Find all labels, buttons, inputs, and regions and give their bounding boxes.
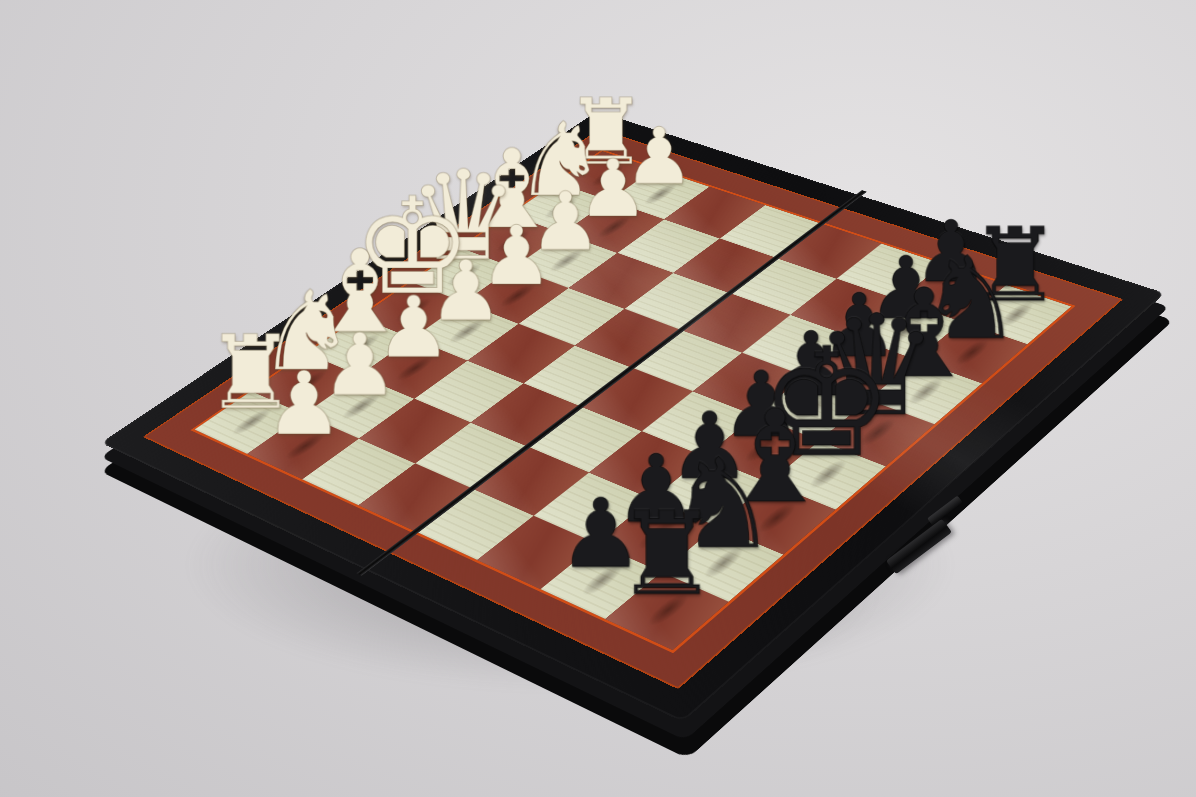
black-rook-glyph: ♜︎ <box>543 500 791 609</box>
board-perspective-wrapper: ♜︎♜︎♟︎♟︎♞︎♞︎♟︎♟︎♝︎♝︎♟︎♟︎♛︎♛︎♟︎♟︎♚︎♚︎♟︎♟︎… <box>204 0 1062 797</box>
scene: ♜︎♜︎♟︎♟︎♞︎♞︎♟︎♟︎♝︎♝︎♟︎♟︎♛︎♛︎♟︎♟︎♚︎♚︎♟︎♟︎… <box>0 0 1196 797</box>
white-pawn-glyph: ♟︎ <box>192 363 416 446</box>
